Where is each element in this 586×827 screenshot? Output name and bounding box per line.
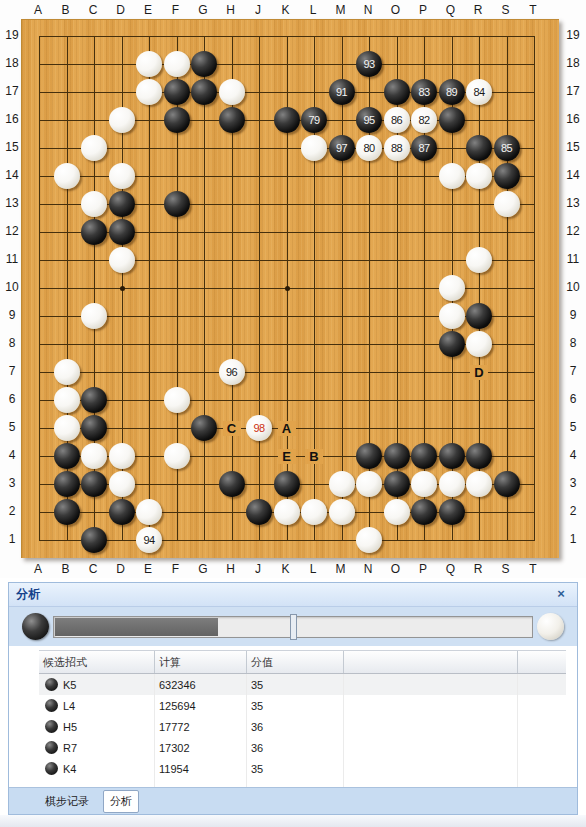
stone	[109, 471, 135, 497]
coord-label: E	[138, 561, 158, 577]
letter-annotation[interactable]: E	[278, 449, 296, 464]
stone: 95	[356, 107, 382, 133]
candidate-move: H5	[63, 721, 77, 733]
grid-line	[39, 372, 535, 373]
stone	[164, 443, 190, 469]
candidate-move-cell: R7	[39, 737, 155, 758]
candidate-score: 35	[247, 695, 344, 716]
stone	[329, 471, 355, 497]
grid-line	[507, 36, 508, 541]
stone	[301, 499, 327, 525]
candidate-move-cell: L4	[39, 695, 155, 716]
coord-label: 3	[561, 475, 585, 491]
stone	[81, 527, 107, 553]
stone	[164, 79, 190, 105]
candidate-score: 36	[247, 737, 344, 758]
candidate-row[interactable]: K41195435	[39, 758, 566, 779]
candidate-calc: 125694	[155, 695, 247, 716]
grid-line	[39, 400, 535, 401]
stone	[384, 443, 410, 469]
black-stone-icon	[45, 762, 58, 775]
column-header: 候选招式	[39, 651, 155, 673]
stone	[109, 191, 135, 217]
winrate-track[interactable]	[53, 616, 533, 638]
stone	[494, 163, 520, 189]
stone	[109, 247, 135, 273]
panel-title-bar: 分析 ×	[9, 583, 577, 607]
stone	[274, 471, 300, 497]
empty-cell	[344, 695, 518, 716]
candidate-calc: 17302	[155, 737, 247, 758]
stone	[494, 471, 520, 497]
coord-label: R	[468, 561, 488, 577]
stone	[439, 303, 465, 329]
stone	[54, 499, 80, 525]
stone	[439, 107, 465, 133]
stone	[136, 79, 162, 105]
analysis-panel: 分析 × 候选招式计算分值K563234635L412569435H517772…	[8, 582, 578, 815]
move-number: 79	[308, 114, 319, 126]
stone	[384, 499, 410, 525]
coord-label: 11	[561, 251, 585, 267]
stone	[439, 471, 465, 497]
coord-label: 12	[561, 223, 585, 239]
empty-cell	[344, 737, 518, 758]
candidate-row[interactable]: L412569435	[39, 695, 566, 716]
column-header-empty	[518, 651, 566, 673]
stone	[81, 135, 107, 161]
stone	[439, 499, 465, 525]
coord-label: J	[248, 561, 268, 577]
stone	[191, 415, 217, 441]
stone	[356, 443, 382, 469]
stone	[136, 499, 162, 525]
stone	[466, 471, 492, 497]
stone: 91	[329, 79, 355, 105]
coord-label: B	[56, 2, 76, 18]
stone	[81, 191, 107, 217]
black-stone-icon	[45, 678, 58, 691]
winrate-handle[interactable]	[290, 614, 297, 640]
coord-label: 8	[561, 335, 585, 351]
stone	[439, 163, 465, 189]
candidate-calc: 17772	[155, 716, 247, 737]
stone	[54, 471, 80, 497]
stone	[81, 415, 107, 441]
coord-label: O	[386, 2, 406, 18]
stone	[109, 163, 135, 189]
window-bottom-strip	[0, 815, 586, 827]
move-number: 88	[391, 142, 402, 154]
coord-label: O	[386, 561, 406, 577]
stone	[329, 499, 355, 525]
white-stone-icon	[537, 613, 564, 640]
coord-label: 5	[561, 419, 585, 435]
coord-label: N	[358, 561, 378, 577]
coord-label: A	[28, 2, 48, 18]
column-header-empty	[344, 651, 518, 673]
move-number: 97	[336, 142, 347, 154]
coord-label: G	[193, 2, 213, 18]
coord-label: G	[193, 561, 213, 577]
coord-label: 13	[561, 195, 585, 211]
coord-label: M	[331, 2, 351, 18]
coord-label: C	[83, 2, 103, 18]
coord-label: F	[166, 561, 186, 577]
move-number: 93	[363, 58, 374, 70]
black-stone-icon	[45, 741, 58, 754]
coord-label: 16	[561, 111, 585, 127]
stone	[54, 359, 80, 385]
coord-label: B	[56, 561, 76, 577]
panel-tabs: 棋步记录分析	[9, 787, 577, 814]
empty-cell	[518, 758, 566, 779]
coord-label: D	[111, 561, 131, 577]
black-stone-icon	[45, 720, 58, 733]
coord-label: J	[248, 2, 268, 18]
coord-label: H	[221, 561, 241, 577]
move-number: 83	[418, 86, 429, 98]
empty-cell	[344, 674, 518, 695]
stone	[136, 51, 162, 77]
letter-annotation[interactable]: B	[305, 449, 323, 464]
move-number: 84	[473, 86, 484, 98]
candidate-score: 35	[247, 674, 344, 695]
coord-label: P	[413, 561, 433, 577]
app-window: AABBCCDDEEFFGGHHJJKKLLMMNNOOPPQQRRSSTT19…	[0, 0, 586, 827]
coord-label: Q	[441, 2, 461, 18]
stone	[109, 107, 135, 133]
table-header-row: 候选招式计算分值	[39, 650, 566, 674]
letter-annotation[interactable]: C	[223, 421, 241, 436]
move-number: 94	[143, 534, 154, 546]
stone: 82	[411, 107, 437, 133]
coord-label: L	[303, 2, 323, 18]
stone: 93	[356, 51, 382, 77]
close-icon[interactable]: ×	[554, 583, 568, 606]
coord-label: F	[166, 2, 186, 18]
stone	[356, 471, 382, 497]
stone	[439, 275, 465, 301]
candidate-calc: 11954	[155, 758, 247, 779]
candidate-move-cell: H5	[39, 716, 155, 737]
stone	[164, 191, 190, 217]
stone	[164, 51, 190, 77]
candidate-score: 35	[247, 758, 344, 779]
candidate-move-cell: K4	[39, 758, 155, 779]
stone	[54, 387, 80, 413]
empty-cell	[344, 716, 518, 737]
stone	[301, 135, 327, 161]
candidate-move-cell: K5	[39, 674, 155, 695]
stone	[466, 163, 492, 189]
grid-line	[39, 540, 535, 541]
coord-label: E	[138, 2, 158, 18]
empty-cell	[518, 695, 566, 716]
coord-label: M	[331, 561, 351, 577]
move-number: 91	[336, 86, 347, 98]
stone	[411, 443, 437, 469]
stone	[219, 471, 245, 497]
grid-line	[534, 36, 535, 541]
stone	[164, 387, 190, 413]
coord-label: 9	[561, 307, 585, 323]
stone	[274, 499, 300, 525]
stone	[466, 443, 492, 469]
coord-label: C	[83, 561, 103, 577]
stone: 85	[494, 135, 520, 161]
black-stone-icon	[22, 613, 49, 640]
stone	[54, 415, 80, 441]
go-board[interactable]: ABCDE9391838984799586829780888785969894	[21, 19, 559, 558]
coord-label: 10	[561, 279, 585, 295]
candidate-row[interactable]: H51777236	[39, 716, 566, 737]
coord-label: 17	[561, 83, 585, 99]
stone	[164, 107, 190, 133]
empty-cell	[518, 674, 566, 695]
winrate-bar	[9, 607, 577, 646]
black-stone-icon	[45, 699, 58, 712]
stone	[109, 443, 135, 469]
empty-cell	[344, 758, 518, 779]
stone	[384, 79, 410, 105]
stone: 87	[411, 135, 437, 161]
stone	[109, 499, 135, 525]
coord-label: S	[496, 2, 516, 18]
candidate-row[interactable]: K563234635	[39, 674, 566, 695]
coord-label: 18	[561, 55, 585, 71]
coord-label: A	[28, 561, 48, 577]
panel-title: 分析	[16, 587, 40, 601]
candidates-table: 候选招式计算分值K563234635L412569435H51777236R71…	[39, 650, 566, 790]
stone: 80	[356, 135, 382, 161]
stone: 98	[246, 415, 272, 441]
candidate-move: L4	[63, 700, 75, 712]
stone: 96	[219, 359, 245, 385]
coord-label: K	[276, 2, 296, 18]
stone	[411, 499, 437, 525]
stone	[466, 135, 492, 161]
stone	[81, 387, 107, 413]
tab-move-record[interactable]: 棋步记录	[39, 791, 95, 812]
move-number: 98	[253, 422, 264, 434]
move-number: 95	[363, 114, 374, 126]
candidate-score: 36	[247, 716, 344, 737]
coord-label: 6	[561, 391, 585, 407]
candidate-move: K4	[63, 763, 76, 775]
coord-label: 19	[561, 27, 585, 43]
stone	[81, 471, 107, 497]
candidate-move: K5	[63, 679, 76, 691]
stone	[54, 443, 80, 469]
stone: 83	[411, 79, 437, 105]
stone	[466, 331, 492, 357]
coord-label: Q	[441, 561, 461, 577]
star-point	[285, 286, 290, 291]
coord-label: L	[303, 561, 323, 577]
stone	[494, 191, 520, 217]
coord-label: 7	[561, 363, 585, 379]
coord-label: H	[221, 2, 241, 18]
column-header: 分值	[247, 651, 344, 673]
stone: 94	[136, 527, 162, 553]
move-number: 80	[363, 142, 374, 154]
coord-label: P	[413, 2, 433, 18]
empty-cell	[518, 716, 566, 737]
stone: 89	[439, 79, 465, 105]
coord-label: D	[111, 2, 131, 18]
stone	[356, 527, 382, 553]
stone	[109, 219, 135, 245]
stone	[191, 79, 217, 105]
stone	[411, 471, 437, 497]
stone: 97	[329, 135, 355, 161]
move-number: 82	[418, 114, 429, 126]
column-header: 计算	[155, 651, 247, 673]
stone	[54, 163, 80, 189]
candidate-row[interactable]: R71730236	[39, 737, 566, 758]
stone	[81, 443, 107, 469]
candidate-calc: 632346	[155, 674, 247, 695]
empty-cell	[518, 737, 566, 758]
letter-annotation[interactable]: A	[278, 421, 296, 436]
candidate-move: R7	[63, 742, 77, 754]
stone	[219, 79, 245, 105]
letter-annotation[interactable]: D	[470, 365, 488, 380]
winrate-fill	[55, 618, 218, 636]
coord-label: S	[496, 561, 516, 577]
stone	[439, 443, 465, 469]
stone	[191, 51, 217, 77]
tab-analysis[interactable]: 分析	[103, 790, 139, 813]
move-number: 96	[226, 366, 237, 378]
stone	[81, 219, 107, 245]
coord-label: N	[358, 2, 378, 18]
coord-label: 4	[561, 447, 585, 463]
move-number: 87	[418, 142, 429, 154]
stone	[246, 499, 272, 525]
coord-label: T	[523, 2, 543, 18]
move-number: 89	[446, 86, 457, 98]
coord-label: R	[468, 2, 488, 18]
coord-label: 14	[561, 167, 585, 183]
coord-label: 15	[561, 139, 585, 155]
grid-line	[342, 36, 343, 541]
move-number: 86	[391, 114, 402, 126]
stone: 79	[301, 107, 327, 133]
stone: 86	[384, 107, 410, 133]
move-number: 85	[501, 142, 512, 154]
stone	[384, 471, 410, 497]
stone	[81, 303, 107, 329]
stone: 84	[466, 79, 492, 105]
stone	[466, 303, 492, 329]
stone: 88	[384, 135, 410, 161]
coord-label: T	[523, 561, 543, 577]
star-point	[120, 286, 125, 291]
stone	[219, 107, 245, 133]
stone	[439, 331, 465, 357]
go-board-section: AABBCCDDEEFFGGHHJJKKLLMMNNOOPPQQRRSSTT19…	[0, 0, 586, 578]
coord-label: 1	[561, 531, 585, 547]
coord-label: K	[276, 561, 296, 577]
stone	[274, 107, 300, 133]
coord-label: 2	[561, 503, 585, 519]
stone	[466, 247, 492, 273]
